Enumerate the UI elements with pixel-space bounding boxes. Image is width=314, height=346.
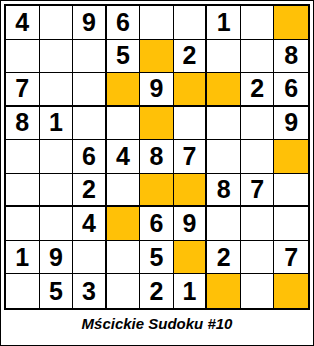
cell-r3c3[interactable]: [73, 73, 107, 107]
cell-r1c1[interactable]: 4: [6, 6, 40, 40]
cell-r3c1[interactable]: 7: [6, 73, 40, 107]
sudoku-board: 496152879268196487287469195275321: [4, 4, 310, 310]
cell-r9c1[interactable]: [6, 274, 40, 308]
cell-r8c8[interactable]: [241, 241, 275, 275]
cell-r2c1[interactable]: [6, 40, 40, 74]
cell-r3c8[interactable]: 2: [241, 73, 275, 107]
cell-r1c3[interactable]: 9: [73, 6, 107, 40]
cell-r2c9[interactable]: 8: [274, 40, 308, 74]
cell-r4c4[interactable]: [107, 107, 141, 141]
cell-r3c4[interactable]: [107, 73, 141, 107]
cell-r1c4[interactable]: 6: [107, 6, 141, 40]
cell-r7c7[interactable]: [207, 207, 241, 241]
cell-r8c5[interactable]: 5: [140, 241, 174, 275]
cell-r3c6[interactable]: [174, 73, 208, 107]
puzzle-title: Mścickie Sudoku #10: [4, 311, 310, 335]
cell-r5c8[interactable]: [241, 140, 275, 174]
cell-r7c1[interactable]: [6, 207, 40, 241]
cell-r6c4[interactable]: [107, 174, 141, 208]
cell-r6c7[interactable]: 8: [207, 174, 241, 208]
cell-r5c6[interactable]: 7: [174, 140, 208, 174]
cell-r6c6[interactable]: [174, 174, 208, 208]
cell-r2c6[interactable]: 2: [174, 40, 208, 74]
cell-r9c9[interactable]: [274, 274, 308, 308]
cell-r6c1[interactable]: [6, 174, 40, 208]
cell-r5c7[interactable]: [207, 140, 241, 174]
cell-r9c2[interactable]: 5: [40, 274, 74, 308]
cell-r6c9[interactable]: [274, 174, 308, 208]
cell-r8c6[interactable]: [174, 241, 208, 275]
cell-r7c9[interactable]: [274, 207, 308, 241]
cell-r4c8[interactable]: [241, 107, 275, 141]
cell-r2c5[interactable]: [140, 40, 174, 74]
cell-r1c9[interactable]: [274, 6, 308, 40]
cell-r1c8[interactable]: [241, 6, 275, 40]
cell-r9c7[interactable]: [207, 274, 241, 308]
cell-r6c3[interactable]: 2: [73, 174, 107, 208]
cell-r3c2[interactable]: [40, 73, 74, 107]
cell-r7c6[interactable]: 9: [174, 207, 208, 241]
cell-r8c9[interactable]: 7: [274, 241, 308, 275]
cell-r6c5[interactable]: [140, 174, 174, 208]
cell-r4c9[interactable]: 9: [274, 107, 308, 141]
cell-r9c8[interactable]: [241, 274, 275, 308]
cell-r9c4[interactable]: [107, 274, 141, 308]
cell-r5c3[interactable]: 6: [73, 140, 107, 174]
cell-r4c3[interactable]: [73, 107, 107, 141]
cell-r8c1[interactable]: 1: [6, 241, 40, 275]
cell-r8c4[interactable]: [107, 241, 141, 275]
cell-r7c5[interactable]: 6: [140, 207, 174, 241]
cell-r8c2[interactable]: 9: [40, 241, 74, 275]
cell-r1c2[interactable]: [40, 6, 74, 40]
cell-r2c3[interactable]: [73, 40, 107, 74]
cell-r2c4[interactable]: 5: [107, 40, 141, 74]
cell-r5c4[interactable]: 4: [107, 140, 141, 174]
cell-r2c2[interactable]: [40, 40, 74, 74]
cell-r4c2[interactable]: 1: [40, 107, 74, 141]
cell-r5c9[interactable]: [274, 140, 308, 174]
cell-r7c2[interactable]: [40, 207, 74, 241]
cell-r4c6[interactable]: [174, 107, 208, 141]
cell-r1c5[interactable]: [140, 6, 174, 40]
cell-r2c7[interactable]: [207, 40, 241, 74]
cell-r6c2[interactable]: [40, 174, 74, 208]
cell-r4c5[interactable]: [140, 107, 174, 141]
cell-r1c6[interactable]: [174, 6, 208, 40]
cell-r7c3[interactable]: 4: [73, 207, 107, 241]
cell-r8c7[interactable]: 2: [207, 241, 241, 275]
cell-r7c8[interactable]: [241, 207, 275, 241]
cell-r5c2[interactable]: [40, 140, 74, 174]
cell-r8c3[interactable]: [73, 241, 107, 275]
cell-r5c5[interactable]: 8: [140, 140, 174, 174]
cell-r3c5[interactable]: 9: [140, 73, 174, 107]
cell-r3c9[interactable]: 6: [274, 73, 308, 107]
cell-r9c3[interactable]: 3: [73, 274, 107, 308]
cell-r1c7[interactable]: 1: [207, 6, 241, 40]
cell-r9c5[interactable]: 2: [140, 274, 174, 308]
cell-r7c4[interactable]: [107, 207, 141, 241]
cell-r2c8[interactable]: [241, 40, 275, 74]
cell-r3c7[interactable]: [207, 73, 241, 107]
cell-r4c7[interactable]: [207, 107, 241, 141]
cell-r4c1[interactable]: 8: [6, 107, 40, 141]
cell-r9c6[interactable]: 1: [174, 274, 208, 308]
cell-r6c8[interactable]: 7: [241, 174, 275, 208]
cell-r5c1[interactable]: [6, 140, 40, 174]
puzzle-frame: 496152879268196487287469195275321 Mścick…: [0, 0, 314, 346]
